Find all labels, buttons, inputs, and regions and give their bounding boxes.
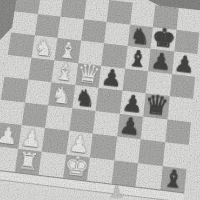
square-c1 bbox=[38, 151, 65, 178]
square-e2 bbox=[90, 134, 117, 160]
square-g5 bbox=[146, 71, 172, 96]
square-d7 bbox=[81, 19, 107, 43]
square-c4: ♞ bbox=[48, 82, 75, 107]
square-h5 bbox=[169, 74, 195, 99]
square-e4 bbox=[96, 88, 122, 114]
square-a4 bbox=[1, 77, 28, 102]
square-f2 bbox=[114, 136, 141, 162]
square-d2: ♟ bbox=[66, 131, 93, 157]
square-c3 bbox=[45, 105, 72, 131]
board-grid: ♞♚♞♝♝♟♟♝♛♟♞♞♟♛♟♟♟♟♜♚♝ bbox=[0, 0, 200, 192]
piece-black-pawn-h6: ♟ bbox=[172, 52, 198, 76]
square-e5: ♟ bbox=[98, 65, 124, 90]
piece-white-pawn-b2: ♟ bbox=[18, 125, 45, 151]
square-c5: ♝ bbox=[51, 60, 77, 85]
piece-black-pawn-g6: ♟ bbox=[148, 49, 174, 73]
square-f6: ♝ bbox=[125, 46, 151, 71]
square-b6: ♞ bbox=[31, 35, 57, 60]
square-f5 bbox=[122, 68, 148, 93]
square-g3 bbox=[141, 116, 167, 142]
piece-white-pawn-d2: ♟ bbox=[66, 131, 93, 157]
captured-piece: ♟ bbox=[109, 184, 124, 200]
square-d3 bbox=[69, 108, 96, 134]
square-c6: ♝ bbox=[54, 38, 80, 63]
piece-black-bishop-h1: ♝ bbox=[160, 166, 187, 192]
square-f7: ♞ bbox=[127, 24, 153, 49]
piece-white-knight-c4: ♞ bbox=[48, 83, 75, 108]
square-c2 bbox=[42, 128, 69, 154]
square-b5 bbox=[28, 57, 55, 82]
square-b1: ♜ bbox=[14, 148, 41, 175]
square-h2 bbox=[162, 142, 188, 168]
square-h3 bbox=[165, 119, 191, 145]
square-d8 bbox=[84, 0, 110, 21]
piece-black-knight-f7: ♞ bbox=[127, 25, 153, 49]
square-g1 bbox=[136, 163, 163, 190]
square-b4 bbox=[25, 79, 52, 104]
square-d5: ♛ bbox=[75, 63, 101, 88]
piece-black-pawn-f4: ♟ bbox=[119, 91, 145, 116]
square-d6 bbox=[78, 41, 104, 66]
square-e6 bbox=[101, 43, 127, 68]
chess-board: ♞♚♞♝♝♟♟♝♛♟♞♞♟♛♟♟♟♟♜♚♝ bbox=[0, 0, 200, 200]
square-g8 bbox=[153, 5, 178, 29]
piece-white-bishop-c6: ♝ bbox=[54, 38, 80, 62]
square-b7 bbox=[34, 14, 60, 38]
square-d4: ♞ bbox=[72, 85, 99, 110]
square-e3 bbox=[93, 110, 120, 136]
square-f8 bbox=[130, 3, 155, 27]
piece-black-bishop-f6: ♝ bbox=[125, 46, 151, 70]
square-g6: ♟ bbox=[148, 49, 174, 74]
chess-board-photo: ♞♚♞♝♝♟♟♝♛♟♞♞♟♛♟♟♟♟♜♚♝ ♟ bbox=[0, 0, 200, 200]
square-g2 bbox=[138, 139, 165, 165]
square-d1: ♚ bbox=[63, 154, 90, 181]
piece-black-knight-d4: ♞ bbox=[72, 85, 98, 110]
piece-black-pawn-e5: ♟ bbox=[98, 66, 124, 91]
square-f3: ♟ bbox=[117, 113, 143, 139]
square-e1 bbox=[87, 157, 114, 184]
square-h8 bbox=[176, 8, 200, 32]
piece-black-pawn-f3: ♟ bbox=[117, 114, 143, 139]
square-a6 bbox=[8, 33, 34, 58]
square-a7 bbox=[11, 11, 37, 35]
square-f4: ♟ bbox=[119, 91, 145, 117]
piece-white-rook-b1: ♜ bbox=[14, 149, 41, 175]
square-c7 bbox=[58, 16, 84, 40]
piece-white-knight-b6: ♞ bbox=[31, 36, 57, 60]
square-b3 bbox=[21, 102, 48, 128]
square-h1: ♝ bbox=[160, 166, 187, 193]
square-a5 bbox=[4, 54, 31, 79]
piece-white-bishop-c5: ♝ bbox=[51, 60, 77, 85]
square-h4 bbox=[167, 96, 193, 122]
square-b2: ♟ bbox=[18, 125, 45, 151]
square-e7 bbox=[104, 21, 130, 45]
square-e8 bbox=[107, 0, 133, 24]
square-h7 bbox=[174, 29, 199, 54]
square-g4: ♛ bbox=[143, 93, 169, 119]
square-h6: ♟ bbox=[172, 51, 198, 76]
square-g7: ♚ bbox=[151, 27, 177, 52]
